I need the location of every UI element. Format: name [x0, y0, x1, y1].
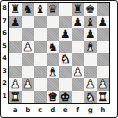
square-a5[interactable] — [9, 41, 22, 54]
square-g5[interactable]: ♝ — [84, 41, 97, 54]
piece-black-knight: ♞ — [48, 41, 58, 54]
piece-black-pawn: ♟ — [85, 28, 95, 41]
square-b8[interactable]: ♞ — [22, 3, 35, 16]
piece-white-rook: ♜ — [10, 91, 20, 104]
file-labels: abcdefgh — [9, 104, 110, 115]
square-g4[interactable] — [84, 53, 97, 66]
square-f8[interactable]: ♜ — [72, 3, 85, 16]
file-label-f: f — [72, 104, 85, 115]
piece-black-pawn: ♟ — [98, 16, 108, 29]
square-f1[interactable] — [72, 91, 85, 104]
square-d3[interactable]: ♝ — [47, 66, 60, 79]
square-d6[interactable] — [47, 28, 60, 41]
piece-black-rook: ♜ — [10, 3, 20, 16]
square-c6[interactable] — [34, 28, 47, 41]
square-f6[interactable] — [72, 28, 85, 41]
square-d4[interactable] — [47, 53, 60, 66]
square-d1[interactable]: ♛ — [47, 91, 60, 104]
rank-label-7: 7 — [1, 15, 8, 28]
square-f4[interactable] — [72, 53, 85, 66]
square-c1[interactable] — [34, 91, 47, 104]
square-f5[interactable] — [72, 41, 85, 54]
piece-black-rook: ♜ — [73, 3, 83, 16]
square-e1[interactable]: ♚ — [59, 91, 72, 104]
square-h4[interactable] — [97, 53, 110, 66]
square-h1[interactable]: ♜ — [97, 91, 110, 104]
square-f2[interactable] — [72, 78, 85, 91]
square-b6[interactable] — [22, 28, 35, 41]
file-label-d: d — [47, 104, 60, 115]
square-h7[interactable]: ♟ — [97, 16, 110, 29]
square-g6[interactable]: ♟ — [84, 28, 97, 41]
square-f3[interactable]: ♟ — [72, 66, 85, 79]
piece-white-knight: ♞ — [60, 53, 70, 66]
square-a4[interactable] — [9, 53, 22, 66]
chess-board: ♜♞♝♛♜♚♟♟♝♟♟♟♟♞♝♞♝♟♟♟♟♟♜♛♚♞♜ — [8, 2, 110, 104]
file-label-e: e — [59, 104, 72, 115]
square-e4[interactable]: ♞ — [59, 53, 72, 66]
square-h2[interactable]: ♟ — [97, 78, 110, 91]
square-g1[interactable]: ♞ — [84, 91, 97, 104]
file-label-h: h — [97, 104, 110, 115]
square-e3[interactable] — [59, 66, 72, 79]
square-d2[interactable] — [47, 78, 60, 91]
square-h6[interactable] — [97, 28, 110, 41]
piece-black-pawn: ♟ — [73, 16, 83, 29]
piece-black-knight: ♞ — [23, 3, 33, 16]
file-label-a: a — [9, 104, 22, 115]
square-a1[interactable]: ♜ — [9, 91, 22, 104]
piece-white-pawn: ♟ — [10, 78, 20, 91]
square-c3[interactable] — [34, 66, 47, 79]
piece-white-pawn: ♟ — [23, 78, 33, 91]
square-a2[interactable]: ♟ — [9, 78, 22, 91]
rank-label-1: 1 — [1, 90, 8, 103]
square-c8[interactable]: ♝ — [34, 3, 47, 16]
piece-white-pawn: ♟ — [73, 66, 83, 79]
rank-label-2: 2 — [1, 77, 8, 90]
square-d7[interactable] — [47, 16, 60, 29]
piece-white-pawn: ♟ — [98, 78, 108, 91]
piece-white-rook: ♜ — [98, 91, 108, 104]
square-b5[interactable]: ♟ — [22, 41, 35, 54]
square-e8[interactable] — [59, 3, 72, 16]
square-c2[interactable] — [34, 78, 47, 91]
square-b2[interactable]: ♟ — [22, 78, 35, 91]
file-label-c: c — [34, 104, 47, 115]
piece-white-king: ♚ — [60, 91, 70, 104]
square-b4[interactable] — [22, 53, 35, 66]
piece-black-pawn: ♟ — [60, 28, 70, 41]
piece-white-pawn: ♟ — [23, 41, 33, 54]
rank-labels: 87654321 — [1, 2, 8, 104]
rank-label-8: 8 — [1, 2, 8, 15]
square-g8[interactable]: ♚ — [84, 3, 97, 16]
file-label-b: b — [22, 104, 35, 115]
piece-black-bishop: ♝ — [35, 3, 45, 16]
piece-black-king: ♚ — [85, 3, 95, 16]
piece-black-queen: ♛ — [48, 3, 58, 16]
square-a8[interactable]: ♜ — [9, 3, 22, 16]
rank-label-5: 5 — [1, 40, 8, 53]
square-d8[interactable]: ♛ — [47, 3, 60, 16]
square-h5[interactable] — [97, 41, 110, 54]
square-a6[interactable] — [9, 28, 22, 41]
piece-white-pawn: ♟ — [85, 78, 95, 91]
square-f7[interactable]: ♟ — [72, 16, 85, 29]
square-c4[interactable] — [34, 53, 47, 66]
file-label-g: g — [84, 104, 97, 115]
square-e6[interactable]: ♟ — [59, 28, 72, 41]
rank-label-6: 6 — [1, 27, 8, 40]
chess-diagram: 87654321 ♜♞♝♛♜♚♟♟♝♟♟♟♟♞♝♞♝♟♟♟♟♟♜♛♚♞♜ abc… — [0, 0, 118, 118]
rank-label-3: 3 — [1, 65, 8, 78]
square-c7[interactable] — [34, 16, 47, 29]
square-c5[interactable] — [34, 41, 47, 54]
rank-label-4: 4 — [1, 52, 8, 65]
square-a7[interactable]: ♟ — [9, 16, 22, 29]
piece-white-knight: ♞ — [85, 91, 95, 104]
piece-white-bishop: ♝ — [85, 41, 95, 54]
square-e2[interactable] — [59, 78, 72, 91]
square-b1[interactable] — [22, 91, 35, 104]
square-h8[interactable] — [97, 3, 110, 16]
square-b7[interactable] — [22, 16, 35, 29]
square-d5[interactable]: ♞ — [47, 41, 60, 54]
square-g2[interactable]: ♟ — [84, 78, 97, 91]
piece-white-bishop: ♝ — [48, 66, 58, 79]
piece-white-queen: ♛ — [48, 91, 58, 104]
piece-black-pawn: ♟ — [10, 16, 20, 29]
